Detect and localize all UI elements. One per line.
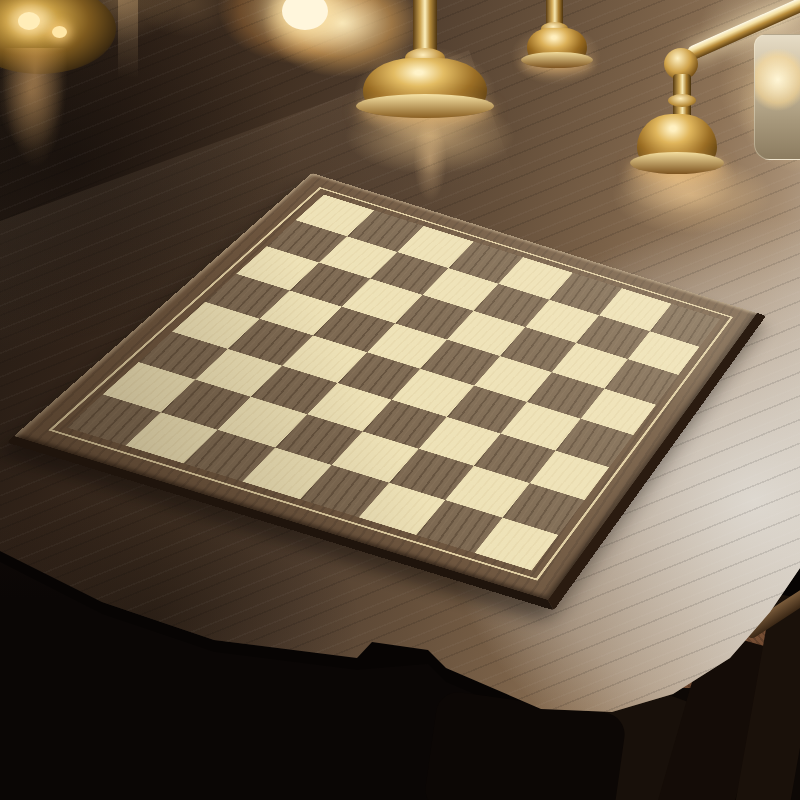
scene [0, 0, 800, 800]
candle-flame-glow-icon [52, 26, 67, 38]
light-reflection-streak [118, 0, 138, 78]
glass-votive [754, 34, 800, 160]
desk-lamp-knop [668, 94, 696, 107]
brass-candlestick-center-rim [356, 94, 494, 118]
candle-flame-glow-icon [18, 12, 40, 30]
brass-candlestick-right-rim [521, 52, 593, 68]
desk-lamp-rim [630, 152, 724, 174]
light-reflection-streak [2, 48, 68, 168]
